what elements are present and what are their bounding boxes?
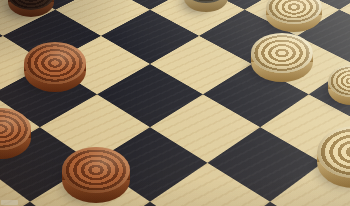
checker-piece-brown-top-edge [8,0,54,17]
piece-top-face [62,147,130,193]
checker-piece-brown-upper-left [24,42,86,92]
checker-piece-brown-left-edge [0,108,31,159]
watermark [1,200,18,205]
checker-piece-cream-top-edge [184,0,228,12]
piece-top-face [24,42,86,84]
checker-piece-cream-mid-right [251,33,313,82]
checker-piece-brown-lower-left [62,147,130,203]
piece-top-face [251,33,313,73]
checker-piece-cream-upper-right [266,0,322,32]
checker-piece-cream-lower-right [317,126,350,188]
checker-piece-cream-right-edge [328,65,350,105]
checkers-board-photo [0,0,350,206]
